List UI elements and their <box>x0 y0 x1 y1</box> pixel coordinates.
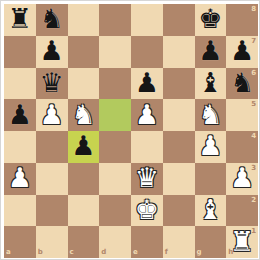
black-king-g8: ♚ <box>198 5 222 32</box>
black-pawn-b7: ♟ <box>40 37 64 64</box>
square-b4[interactable] <box>36 131 68 163</box>
square-e3[interactable]: ♛ <box>131 163 163 195</box>
square-e1[interactable]: e <box>131 226 163 258</box>
white-knight-g5: ♞ <box>198 101 222 128</box>
rank-label-5: 5 <box>251 101 256 108</box>
square-g8[interactable]: ♚ <box>195 4 227 36</box>
file-label-a: a <box>6 249 11 256</box>
white-pawn-a3: ♟ <box>8 164 32 191</box>
rank-label-7: 7 <box>251 38 256 45</box>
black-pawn-e6: ♟ <box>135 69 159 96</box>
black-pawn-c4: ♟ <box>71 132 95 159</box>
black-rook-a8: ♜ <box>8 5 32 32</box>
rank-label-1: 1 <box>251 228 256 235</box>
square-d2[interactable] <box>99 195 131 227</box>
square-f3[interactable] <box>163 163 195 195</box>
square-d7[interactable] <box>99 36 131 68</box>
square-h5[interactable]: 5 <box>226 99 258 131</box>
square-b1[interactable]: b <box>36 226 68 258</box>
rank-label-3: 3 <box>251 165 256 172</box>
square-h6[interactable]: ♞6 <box>226 68 258 100</box>
chess-board-canvas: ♜♞♚8♟♟♟7♛♟♝♞6♟♟♞♟♞5♟♟4♟♛♟3♚♝2abcdefg♜1h <box>0 0 260 260</box>
square-f5[interactable] <box>163 99 195 131</box>
black-pawn-h7: ♟ <box>230 37 254 64</box>
square-d8[interactable] <box>99 4 131 36</box>
square-a3[interactable]: ♟ <box>4 163 36 195</box>
white-pawn-e5: ♟ <box>135 101 159 128</box>
white-king-e2: ♚ <box>135 196 159 223</box>
square-h8[interactable]: 8 <box>226 4 258 36</box>
square-e2[interactable]: ♚ <box>131 195 163 227</box>
square-h7[interactable]: ♟7 <box>226 36 258 68</box>
white-rook-h1: ♜ <box>230 228 254 255</box>
square-c7[interactable] <box>68 36 100 68</box>
black-pawn-a5: ♟ <box>8 101 32 128</box>
square-f1[interactable]: f <box>163 226 195 258</box>
square-c3[interactable] <box>68 163 100 195</box>
white-queen-e3: ♛ <box>135 164 159 191</box>
square-b7[interactable]: ♟ <box>36 36 68 68</box>
rank-label-6: 6 <box>251 70 256 77</box>
square-f8[interactable] <box>163 4 195 36</box>
square-a4[interactable] <box>4 131 36 163</box>
black-knight-b8: ♞ <box>40 5 64 32</box>
square-d1[interactable]: d <box>99 226 131 258</box>
square-g5[interactable]: ♞ <box>195 99 227 131</box>
square-g4[interactable]: ♟ <box>195 131 227 163</box>
black-queen-b6: ♛ <box>40 69 64 96</box>
file-label-g: g <box>197 249 202 256</box>
square-e7[interactable] <box>131 36 163 68</box>
square-f2[interactable] <box>163 195 195 227</box>
square-d4[interactable] <box>99 131 131 163</box>
square-g1[interactable]: g <box>195 226 227 258</box>
black-pawn-g7: ♟ <box>198 37 222 64</box>
file-label-d: d <box>101 249 106 256</box>
square-f6[interactable] <box>163 68 195 100</box>
black-bishop-g6: ♝ <box>198 69 222 96</box>
file-label-f: f <box>165 249 168 256</box>
square-e6[interactable]: ♟ <box>131 68 163 100</box>
square-e8[interactable] <box>131 4 163 36</box>
white-bishop-g2: ♝ <box>198 196 222 223</box>
square-a6[interactable] <box>4 68 36 100</box>
square-b3[interactable] <box>36 163 68 195</box>
square-c6[interactable] <box>68 68 100 100</box>
square-g6[interactable]: ♝ <box>195 68 227 100</box>
square-a2[interactable] <box>4 195 36 227</box>
square-h1[interactable]: ♜1h <box>226 226 258 258</box>
square-c8[interactable] <box>68 4 100 36</box>
square-g3[interactable] <box>195 163 227 195</box>
square-a7[interactable] <box>4 36 36 68</box>
square-c5[interactable]: ♞ <box>68 99 100 131</box>
rank-label-8: 8 <box>251 6 256 13</box>
chess-board: ♜♞♚8♟♟♟7♛♟♝♞6♟♟♞♟♞5♟♟4♟♛♟3♚♝2abcdefg♜1h <box>4 4 258 258</box>
square-f4[interactable] <box>163 131 195 163</box>
file-label-c: c <box>70 249 74 256</box>
square-a1[interactable]: a <box>4 226 36 258</box>
white-pawn-h3: ♟ <box>230 164 254 191</box>
square-e4[interactable] <box>131 131 163 163</box>
square-c4[interactable]: ♟ <box>68 131 100 163</box>
square-f7[interactable] <box>163 36 195 68</box>
square-b2[interactable] <box>36 195 68 227</box>
square-h2[interactable]: 2 <box>226 195 258 227</box>
square-a5[interactable]: ♟ <box>4 99 36 131</box>
square-d3[interactable] <box>99 163 131 195</box>
square-d5[interactable] <box>99 99 131 131</box>
file-label-b: b <box>38 249 43 256</box>
square-b5[interactable]: ♟ <box>36 99 68 131</box>
file-label-h: h <box>228 249 233 256</box>
rank-label-4: 4 <box>251 133 256 140</box>
file-label-e: e <box>133 249 138 256</box>
square-g2[interactable]: ♝ <box>195 195 227 227</box>
square-b8[interactable]: ♞ <box>36 4 68 36</box>
square-d6[interactable] <box>99 68 131 100</box>
white-pawn-b5: ♟ <box>40 101 64 128</box>
square-c2[interactable] <box>68 195 100 227</box>
rank-label-2: 2 <box>251 197 256 204</box>
square-e5[interactable]: ♟ <box>131 99 163 131</box>
square-g7[interactable]: ♟ <box>195 36 227 68</box>
square-c1[interactable]: c <box>68 226 100 258</box>
black-knight-h6: ♞ <box>230 69 254 96</box>
square-h3[interactable]: ♟3 <box>226 163 258 195</box>
square-h4[interactable]: 4 <box>226 131 258 163</box>
white-knight-c5: ♞ <box>71 101 95 128</box>
square-a8[interactable]: ♜ <box>4 4 36 36</box>
white-pawn-g4: ♟ <box>198 132 222 159</box>
square-b6[interactable]: ♛ <box>36 68 68 100</box>
